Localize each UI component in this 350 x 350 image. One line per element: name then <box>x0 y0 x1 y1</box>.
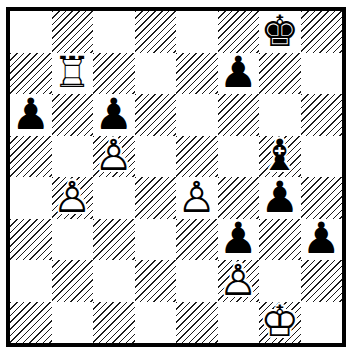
white-pawn-outline-glyph: ♙ <box>93 134 135 177</box>
square-f4[interactable] <box>218 177 260 219</box>
square-c3[interactable] <box>93 219 135 261</box>
square-b1[interactable] <box>52 302 94 344</box>
square-h3[interactable]: ♟ <box>301 219 343 261</box>
chess-board: ♚♜♖♟♟♟♟♙♝♟♙♟♙♟♟♟♟♙♚♔ <box>10 11 342 343</box>
square-e4[interactable]: ♟♙ <box>176 177 218 219</box>
white-pawn-outline-glyph: ♙ <box>176 175 218 218</box>
black-pawn-piece[interactable]: ♟ <box>259 177 301 219</box>
black-pawn-fill-glyph: ♟ <box>301 217 343 260</box>
square-c7[interactable] <box>93 53 135 95</box>
white-rook-fill-glyph: ♜ <box>52 51 94 94</box>
square-d6[interactable] <box>135 94 177 136</box>
square-a4[interactable] <box>10 177 52 219</box>
square-g2[interactable] <box>259 260 301 302</box>
black-king-piece[interactable]: ♚ <box>259 11 301 53</box>
square-b7[interactable]: ♜♖ <box>52 53 94 95</box>
square-h4[interactable] <box>301 177 343 219</box>
square-f2[interactable]: ♟♙ <box>218 260 260 302</box>
square-c4[interactable] <box>93 177 135 219</box>
square-e6[interactable] <box>176 94 218 136</box>
square-e5[interactable] <box>176 136 218 178</box>
square-b4[interactable]: ♟♙ <box>52 177 94 219</box>
square-c8[interactable] <box>93 11 135 53</box>
square-e1[interactable] <box>176 302 218 344</box>
square-f8[interactable] <box>218 11 260 53</box>
square-c5[interactable]: ♟♙ <box>93 136 135 178</box>
square-a7[interactable] <box>10 53 52 95</box>
square-d1[interactable] <box>135 302 177 344</box>
square-h2[interactable] <box>301 260 343 302</box>
square-g8[interactable]: ♚ <box>259 11 301 53</box>
square-d7[interactable] <box>135 53 177 95</box>
white-pawn-piece[interactable]: ♟♙ <box>93 136 135 178</box>
square-d4[interactable] <box>135 177 177 219</box>
square-f6[interactable] <box>218 94 260 136</box>
square-a3[interactable] <box>10 219 52 261</box>
square-b5[interactable] <box>52 136 94 178</box>
black-pawn-piece[interactable]: ♟ <box>301 219 343 261</box>
square-g6[interactable] <box>259 94 301 136</box>
square-h8[interactable] <box>301 11 343 53</box>
square-h6[interactable] <box>301 94 343 136</box>
white-king-piece[interactable]: ♚♔ <box>259 302 301 344</box>
white-pawn-fill-glyph: ♟ <box>176 175 218 218</box>
square-b6[interactable] <box>52 94 94 136</box>
chess-board-frame: ♚♜♖♟♟♟♟♙♝♟♙♟♙♟♟♟♟♙♚♔ <box>6 7 346 347</box>
square-f3[interactable]: ♟ <box>218 219 260 261</box>
square-d2[interactable] <box>135 260 177 302</box>
black-pawn-piece[interactable]: ♟ <box>218 219 260 261</box>
square-d5[interactable] <box>135 136 177 178</box>
square-f5[interactable] <box>218 136 260 178</box>
square-b8[interactable] <box>52 11 94 53</box>
square-e3[interactable] <box>176 219 218 261</box>
square-g7[interactable] <box>259 53 301 95</box>
square-e7[interactable] <box>176 53 218 95</box>
square-g5[interactable]: ♝ <box>259 136 301 178</box>
black-pawn-fill-glyph: ♟ <box>218 217 260 260</box>
square-d8[interactable] <box>135 11 177 53</box>
black-king-fill-glyph: ♚ <box>259 9 301 52</box>
square-e2[interactable] <box>176 260 218 302</box>
white-pawn-piece[interactable]: ♟♙ <box>176 177 218 219</box>
square-h1[interactable] <box>301 302 343 344</box>
black-pawn-fill-glyph: ♟ <box>259 175 301 218</box>
square-f1[interactable] <box>218 302 260 344</box>
black-pawn-fill-glyph: ♟ <box>218 51 260 94</box>
square-b2[interactable] <box>52 260 94 302</box>
square-b3[interactable] <box>52 219 94 261</box>
square-e8[interactable] <box>176 11 218 53</box>
black-pawn-piece[interactable]: ♟ <box>218 53 260 95</box>
white-king-outline-glyph: ♔ <box>259 300 301 343</box>
white-pawn-fill-glyph: ♟ <box>93 134 135 177</box>
black-pawn-fill-glyph: ♟ <box>10 92 52 135</box>
square-d3[interactable] <box>135 219 177 261</box>
square-g4[interactable]: ♟ <box>259 177 301 219</box>
square-h5[interactable] <box>301 136 343 178</box>
square-a6[interactable]: ♟ <box>10 94 52 136</box>
square-a5[interactable] <box>10 136 52 178</box>
white-pawn-outline-glyph: ♙ <box>52 175 94 218</box>
black-pawn-piece[interactable]: ♟ <box>93 94 135 136</box>
white-pawn-outline-glyph: ♙ <box>218 258 260 301</box>
square-f7[interactable]: ♟ <box>218 53 260 95</box>
square-c2[interactable] <box>93 260 135 302</box>
square-h7[interactable] <box>301 53 343 95</box>
square-g1[interactable]: ♚♔ <box>259 302 301 344</box>
white-pawn-fill-glyph: ♟ <box>52 175 94 218</box>
black-bishop-fill-glyph: ♝ <box>259 134 301 177</box>
square-c6[interactable]: ♟ <box>93 94 135 136</box>
black-pawn-fill-glyph: ♟ <box>93 92 135 135</box>
square-a2[interactable] <box>10 260 52 302</box>
white-rook-piece[interactable]: ♜♖ <box>52 53 94 95</box>
white-pawn-fill-glyph: ♟ <box>218 258 260 301</box>
square-a1[interactable] <box>10 302 52 344</box>
square-a8[interactable] <box>10 11 52 53</box>
white-king-fill-glyph: ♚ <box>259 300 301 343</box>
black-pawn-piece[interactable]: ♟ <box>10 94 52 136</box>
white-rook-outline-glyph: ♖ <box>52 51 94 94</box>
square-g3[interactable] <box>259 219 301 261</box>
white-pawn-piece[interactable]: ♟♙ <box>52 177 94 219</box>
white-pawn-piece[interactable]: ♟♙ <box>218 260 260 302</box>
black-bishop-piece[interactable]: ♝ <box>259 136 301 178</box>
square-c1[interactable] <box>93 302 135 344</box>
